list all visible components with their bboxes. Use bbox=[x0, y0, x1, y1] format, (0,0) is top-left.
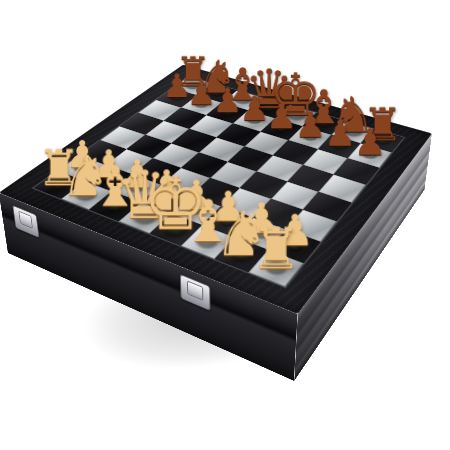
scene-3d: ♜♞♝♛♚♝♞♜♟♟♟♟♟♟♟♟♟♟♟♟♟♟♟♟♜♞♝♛♚♝♞♜ bbox=[0, 0, 450, 450]
black-pawn-icon: ♟ bbox=[301, 124, 439, 161]
white-rook-icon: ♜ bbox=[192, 220, 360, 276]
latch-hasp bbox=[18, 211, 33, 229]
latch-hasp bbox=[187, 280, 203, 301]
chess-box: ♜♞♝♛♚♝♞♜♟♟♟♟♟♟♟♟♟♟♟♟♟♟♟♟♜♞♝♛♚♝♞♜ bbox=[0, 65, 432, 315]
latch-icon bbox=[12, 205, 39, 238]
chess-set-photo: ♜♞♝♛♚♝♞♜♟♟♟♟♟♟♟♟♟♟♟♟♟♟♟♟♜♞♝♛♚♝♞♜ bbox=[0, 0, 450, 450]
latch-icon bbox=[180, 274, 211, 311]
